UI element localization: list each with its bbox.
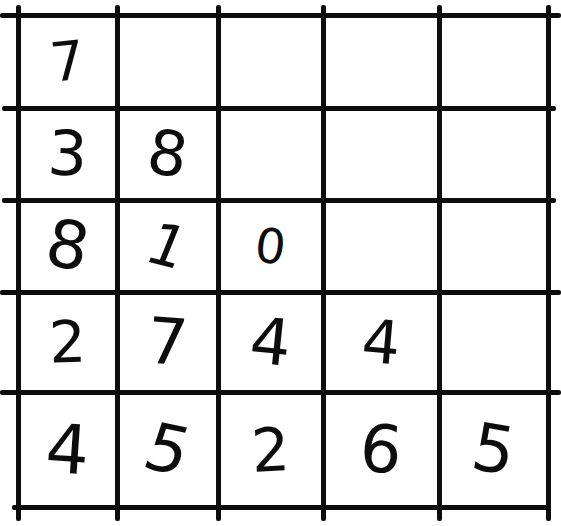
cell-r0-c3	[323, 15, 439, 108]
cell-r3-c0: 2	[16, 290, 118, 393]
cell-r1-c0: 3	[16, 105, 120, 202]
cell-r2-c2: 0	[213, 194, 328, 298]
digit-grid-board: 7 3 8 8 1 0 2 7 4 4 4 5 2 6 5	[0, 0, 561, 526]
cell-r3-c2: 4	[213, 287, 328, 397]
cell-r0-c4	[439, 15, 548, 108]
cell-r1-c1: 8	[110, 101, 224, 208]
cell-r0-c1	[117, 15, 218, 108]
cell-r1-c4	[439, 108, 548, 200]
cell-r4-c3: 6	[317, 386, 444, 512]
cell-grid: 7 3 8 8 1 0 2 7 4 4 4 5 2 6 5	[18, 15, 548, 507]
cell-r4-c4: 5	[430, 383, 557, 515]
cell-r3-c1: 7	[114, 289, 222, 396]
cell-r2-c3	[323, 200, 439, 292]
cell-r2-c0: 8	[10, 191, 125, 300]
cell-r2-c4	[439, 200, 548, 292]
cell-r0-c2	[218, 15, 323, 108]
cell-r4-c2: 2	[215, 389, 326, 509]
cell-r3-c3: 4	[319, 287, 443, 397]
cell-r3-c4	[439, 292, 548, 392]
cell-r0-c0: 7	[13, 10, 121, 113]
cell-r1-c3	[323, 108, 439, 200]
cell-r1-c2	[218, 108, 323, 200]
